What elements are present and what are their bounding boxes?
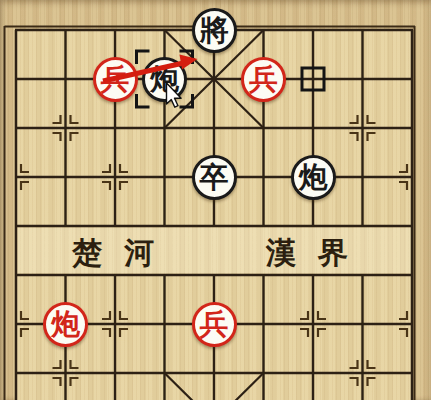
red-soldier-piece-3[interactable]: 兵 <box>192 302 237 347</box>
black-soldier-piece[interactable]: 卒 <box>192 155 237 200</box>
black-cannon-piece-selected[interactable]: 炮 <box>142 57 187 102</box>
red-soldier-piece-2[interactable]: 兵 <box>241 57 286 102</box>
xiangqi-board: 楚河 漢界 將 兵 炮 兵 卒 炮 炮 兵 <box>0 0 431 400</box>
black-cannon-piece-2[interactable]: 炮 <box>291 155 336 200</box>
red-soldier-piece-1[interactable]: 兵 <box>93 57 138 102</box>
red-cannon-piece[interactable]: 炮 <box>43 302 88 347</box>
black-general-piece[interactable]: 將 <box>192 8 237 53</box>
